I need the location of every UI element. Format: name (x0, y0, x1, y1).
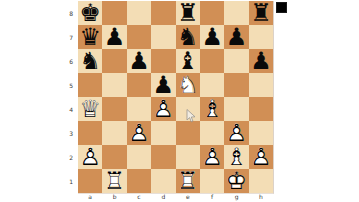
square-b1[interactable]: ♜♖ (102, 169, 126, 193)
file-label-e: e (176, 193, 200, 202)
square-e8[interactable]: ♜ (176, 1, 200, 25)
square-d8[interactable] (151, 1, 175, 25)
file-label-b: b (102, 193, 126, 202)
piece-outline-layer: ♗ (200, 97, 224, 121)
piece-black-rook[interactable]: ♜ (249, 1, 273, 25)
piece-white-rook[interactable]: ♜♖ (176, 169, 200, 193)
piece-white-pawn[interactable]: ♟♙ (249, 145, 273, 169)
piece-black-knight[interactable]: ♞ (176, 25, 200, 49)
rank-label-7: 7 (62, 25, 76, 49)
square-b3[interactable] (102, 121, 126, 145)
square-g1[interactable]: ♚♔ (224, 169, 248, 193)
square-f4[interactable]: ♝♗ (200, 97, 224, 121)
piece-black-rook[interactable]: ♜ (176, 1, 200, 25)
square-h6[interactable]: ♟ (249, 49, 273, 73)
piece-black-pawn[interactable]: ♟ (102, 25, 126, 49)
piece-outline-layer: ♕ (78, 97, 102, 121)
file-label-c: c (127, 193, 151, 202)
piece-white-pawn[interactable]: ♟♙ (78, 145, 102, 169)
rank-label-3: 3 (62, 121, 76, 145)
square-b7[interactable]: ♟ (102, 25, 126, 49)
piece-outline-layer: ♙ (200, 145, 224, 169)
square-f5[interactable] (200, 73, 224, 97)
square-c1[interactable] (127, 169, 151, 193)
piece-white-pawn[interactable]: ♟♙ (224, 121, 248, 145)
square-a1[interactable] (78, 169, 102, 193)
square-e1[interactable]: ♜♖ (176, 169, 200, 193)
piece-black-pawn[interactable]: ♟ (151, 73, 175, 97)
square-e7[interactable]: ♞ (176, 25, 200, 49)
square-a6[interactable]: ♞ (78, 49, 102, 73)
square-f2[interactable]: ♟♙ (200, 145, 224, 169)
piece-outline-layer: ♙ (151, 97, 175, 121)
square-a4[interactable]: ♛♕ (78, 97, 102, 121)
black-to-move-indicator (276, 2, 287, 13)
piece-white-pawn[interactable]: ♟♙ (151, 97, 175, 121)
square-g2[interactable]: ♝♗ (224, 145, 248, 169)
square-h7[interactable] (249, 25, 273, 49)
square-f8[interactable] (200, 1, 224, 25)
square-h1[interactable] (249, 169, 273, 193)
square-e3[interactable] (176, 121, 200, 145)
square-d7[interactable] (151, 25, 175, 49)
rank-labels: 87654321 (62, 1, 76, 193)
piece-black-bishop[interactable]: ♝ (176, 49, 200, 73)
square-f3[interactable] (200, 121, 224, 145)
piece-black-pawn[interactable]: ♟ (200, 25, 224, 49)
square-c2[interactable] (127, 145, 151, 169)
square-g8[interactable] (224, 1, 248, 25)
piece-black-pawn[interactable]: ♟ (249, 49, 273, 73)
square-g7[interactable]: ♟ (224, 25, 248, 49)
square-c6[interactable]: ♟ (127, 49, 151, 73)
square-b8[interactable] (102, 1, 126, 25)
square-c3[interactable]: ♟♙ (127, 121, 151, 145)
square-a8[interactable]: ♚ (78, 1, 102, 25)
square-d3[interactable] (151, 121, 175, 145)
piece-white-queen[interactable]: ♛♕ (78, 97, 102, 121)
piece-outline-layer: ♗ (224, 145, 248, 169)
piece-outline-layer: ♖ (176, 169, 200, 193)
square-h4[interactable] (249, 97, 273, 121)
piece-white-rook[interactable]: ♜♖ (102, 169, 126, 193)
square-b2[interactable] (102, 145, 126, 169)
square-a5[interactable] (78, 73, 102, 97)
piece-outline-layer: ♘ (176, 73, 200, 97)
square-c7[interactable] (127, 25, 151, 49)
square-b5[interactable] (102, 73, 126, 97)
square-h5[interactable] (249, 73, 273, 97)
square-f1[interactable] (200, 169, 224, 193)
square-a2[interactable]: ♟♙ (78, 145, 102, 169)
square-f7[interactable]: ♟ (200, 25, 224, 49)
piece-outline-layer: ♙ (78, 145, 102, 169)
piece-white-bishop[interactable]: ♝♗ (200, 97, 224, 121)
piece-outline-layer: ♙ (224, 121, 248, 145)
square-e5[interactable]: ♞♘ (176, 73, 200, 97)
piece-outline-layer: ♔ (224, 169, 248, 193)
square-a3[interactable] (78, 121, 102, 145)
square-h3[interactable] (249, 121, 273, 145)
rank-label-5: 5 (62, 73, 76, 97)
square-c4[interactable] (127, 97, 151, 121)
square-d6[interactable] (151, 49, 175, 73)
piece-outline-layer: ♙ (127, 121, 151, 145)
rank-label-8: 8 (62, 1, 76, 25)
piece-outline-layer: ♙ (249, 145, 273, 169)
piece-black-knight[interactable]: ♞ (78, 49, 102, 73)
square-a7[interactable]: ♛ (78, 25, 102, 49)
piece-outline-layer: ♖ (102, 169, 126, 193)
rank-label-6: 6 (62, 49, 76, 73)
file-labels: abcdefgh (78, 193, 274, 202)
square-h8[interactable]: ♜ (249, 1, 273, 25)
piece-black-king[interactable]: ♚ (78, 1, 102, 25)
piece-white-pawn[interactable]: ♟♙ (127, 121, 151, 145)
square-g5[interactable] (224, 73, 248, 97)
file-label-g: g (224, 193, 248, 202)
file-label-d: d (151, 193, 175, 202)
square-b4[interactable] (102, 97, 126, 121)
file-label-h: h (249, 193, 273, 202)
square-f6[interactable] (200, 49, 224, 73)
piece-white-pawn[interactable]: ♟♙ (200, 145, 224, 169)
rank-label-2: 2 (62, 145, 76, 169)
square-h2[interactable]: ♟♙ (249, 145, 273, 169)
square-d1[interactable] (151, 169, 175, 193)
rank-label-1: 1 (62, 169, 76, 193)
file-label-a: a (78, 193, 102, 202)
square-g4[interactable] (224, 97, 248, 121)
file-label-f: f (200, 193, 224, 202)
square-c8[interactable] (127, 1, 151, 25)
square-d5[interactable]: ♟ (151, 73, 175, 97)
piece-black-pawn[interactable]: ♟ (224, 25, 248, 49)
chess-board[interactable]: ♚♜♜♛♟♞♟♟♞♟♝♟♟♞♘♛♕♟♙♝♗♟♙♟♙♟♙♟♙♝♗♟♙♜♖♜♖♚♔ (78, 1, 274, 194)
piece-black-pawn[interactable]: ♟ (127, 49, 151, 73)
piece-white-bishop[interactable]: ♝♗ (224, 145, 248, 169)
piece-black-queen[interactable]: ♛ (78, 25, 102, 49)
square-e6[interactable]: ♝ (176, 49, 200, 73)
square-c5[interactable] (127, 73, 151, 97)
piece-white-king[interactable]: ♚♔ (224, 169, 248, 193)
chess-app-window: 87654321 ♚♜♜♛♟♞♟♟♞♟♝♟♟♞♘♛♕♟♙♝♗♟♙♟♙♟♙♟♙♝♗… (0, 0, 359, 202)
rank-label-4: 4 (62, 97, 76, 121)
square-b6[interactable] (102, 49, 126, 73)
square-e2[interactable] (176, 145, 200, 169)
square-d4[interactable]: ♟♙ (151, 97, 175, 121)
square-d2[interactable] (151, 145, 175, 169)
square-g3[interactable]: ♟♙ (224, 121, 248, 145)
square-e4[interactable] (176, 97, 200, 121)
piece-white-knight[interactable]: ♞♘ (176, 73, 200, 97)
square-g6[interactable] (224, 49, 248, 73)
